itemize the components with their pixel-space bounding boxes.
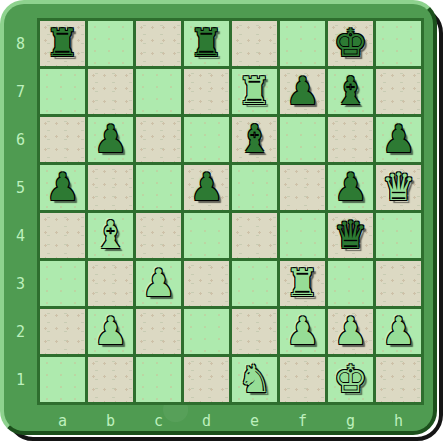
square-a6[interactable] [40, 117, 85, 162]
square-a1[interactable] [40, 357, 85, 402]
square-g6[interactable] [328, 117, 373, 162]
square-f4[interactable] [280, 213, 325, 258]
square-h6[interactable]: ♟ [376, 117, 421, 162]
square-d5[interactable]: ♟ [184, 165, 229, 210]
square-g2[interactable]: ♟ [328, 309, 373, 354]
black-bishop[interactable]: ♝ [333, 69, 367, 114]
square-b4[interactable]: ♝ [88, 213, 133, 258]
file-label-f: f [280, 409, 325, 433]
file-label-a: a [40, 409, 85, 433]
black-pawn[interactable]: ♟ [45, 165, 79, 210]
rank-label-1: 1 [4, 357, 37, 402]
chess-board[interactable]: ♜♜♚♜♟♝♟♝♟♟♟♟♛♝♛♟♜♟♟♟♟♞♚ [37, 18, 424, 405]
square-f8[interactable] [280, 21, 325, 66]
square-f7[interactable]: ♟ [280, 69, 325, 114]
white-rook[interactable]: ♜ [285, 261, 319, 306]
black-pawn[interactable]: ♟ [285, 69, 319, 114]
rank-label-3: 3 [4, 261, 37, 306]
file-labels: abcdefgh [37, 409, 424, 433]
black-bishop[interactable]: ♝ [237, 117, 271, 162]
square-g3[interactable] [328, 261, 373, 306]
rank-label-8: 8 [4, 21, 37, 66]
square-b6[interactable]: ♟ [88, 117, 133, 162]
square-c6[interactable] [136, 117, 181, 162]
square-c4[interactable] [136, 213, 181, 258]
square-c1[interactable] [136, 357, 181, 402]
square-f3[interactable]: ♜ [280, 261, 325, 306]
square-d2[interactable] [184, 309, 229, 354]
square-f5[interactable] [280, 165, 325, 210]
square-d4[interactable] [184, 213, 229, 258]
white-pawn[interactable]: ♟ [285, 309, 319, 354]
square-a8[interactable]: ♜ [40, 21, 85, 66]
black-queen[interactable]: ♛ [333, 213, 367, 258]
file-label-h: h [376, 409, 421, 433]
square-e2[interactable] [232, 309, 277, 354]
black-rook[interactable]: ♜ [189, 21, 223, 66]
board-frame: 87654321 ♜♜♚♜♟♝♟♝♟♟♟♟♛♝♛♟♜♟♟♟♟♞♚ abcdefg… [0, 0, 437, 435]
black-pawn[interactable]: ♟ [381, 117, 415, 162]
rank-labels: 87654321 [4, 18, 37, 405]
file-label-g: g [328, 409, 373, 433]
square-g7[interactable]: ♝ [328, 69, 373, 114]
rank-label-4: 4 [4, 213, 37, 258]
square-g5[interactable]: ♟ [328, 165, 373, 210]
file-label-c: c [136, 409, 181, 433]
square-f2[interactable]: ♟ [280, 309, 325, 354]
black-pawn[interactable]: ♟ [333, 165, 367, 210]
square-e8[interactable] [232, 21, 277, 66]
square-h1[interactable] [376, 357, 421, 402]
black-pawn[interactable]: ♟ [93, 117, 127, 162]
square-e4[interactable] [232, 213, 277, 258]
white-knight[interactable]: ♞ [237, 357, 271, 402]
black-pawn[interactable]: ♟ [189, 165, 223, 210]
square-e5[interactable] [232, 165, 277, 210]
rank-label-2: 2 [4, 309, 37, 354]
file-label-e: e [232, 409, 277, 433]
square-d6[interactable] [184, 117, 229, 162]
chess-app-window: 87654321 ♜♜♚♜♟♝♟♝♟♟♟♟♛♝♛♟♜♟♟♟♟♞♚ abcdefg… [0, 0, 444, 442]
square-e6[interactable]: ♝ [232, 117, 277, 162]
white-king[interactable]: ♚ [333, 357, 367, 402]
square-a3[interactable] [40, 261, 85, 306]
square-h4[interactable] [376, 213, 421, 258]
square-c3[interactable]: ♟ [136, 261, 181, 306]
square-g8[interactable]: ♚ [328, 21, 373, 66]
square-f6[interactable] [280, 117, 325, 162]
black-rook[interactable]: ♜ [45, 21, 79, 66]
square-b2[interactable]: ♟ [88, 309, 133, 354]
square-e7[interactable]: ♜ [232, 69, 277, 114]
white-pawn[interactable]: ♟ [381, 309, 415, 354]
square-a4[interactable] [40, 213, 85, 258]
black-king[interactable]: ♚ [333, 21, 367, 66]
square-a7[interactable] [40, 69, 85, 114]
white-pawn[interactable]: ♟ [93, 309, 127, 354]
square-a5[interactable]: ♟ [40, 165, 85, 210]
square-e3[interactable] [232, 261, 277, 306]
square-h5[interactable]: ♛ [376, 165, 421, 210]
white-queen[interactable]: ♛ [381, 165, 415, 210]
square-h3[interactable] [376, 261, 421, 306]
square-h2[interactable]: ♟ [376, 309, 421, 354]
white-pawn[interactable]: ♟ [141, 261, 175, 306]
square-d8[interactable]: ♜ [184, 21, 229, 66]
square-b5[interactable] [88, 165, 133, 210]
square-b1[interactable] [88, 357, 133, 402]
square-a2[interactable] [40, 309, 85, 354]
square-b8[interactable] [88, 21, 133, 66]
square-h7[interactable] [376, 69, 421, 114]
square-c7[interactable] [136, 69, 181, 114]
square-c8[interactable] [136, 21, 181, 66]
square-d1[interactable] [184, 357, 229, 402]
square-g4[interactable]: ♛ [328, 213, 373, 258]
square-h8[interactable] [376, 21, 421, 66]
rank-label-6: 6 [4, 117, 37, 162]
square-f1[interactable] [280, 357, 325, 402]
square-b3[interactable] [88, 261, 133, 306]
square-d3[interactable] [184, 261, 229, 306]
square-c2[interactable] [136, 309, 181, 354]
square-d7[interactable] [184, 69, 229, 114]
file-label-b: b [88, 409, 133, 433]
rank-label-5: 5 [4, 165, 37, 210]
white-pawn[interactable]: ♟ [333, 309, 367, 354]
square-e1[interactable]: ♞ [232, 357, 277, 402]
rank-label-7: 7 [4, 69, 37, 114]
white-rook[interactable]: ♜ [237, 69, 271, 114]
white-bishop[interactable]: ♝ [93, 213, 127, 258]
square-c5[interactable] [136, 165, 181, 210]
square-b7[interactable] [88, 69, 133, 114]
file-label-d: d [184, 409, 229, 433]
square-g1[interactable]: ♚ [328, 357, 373, 402]
